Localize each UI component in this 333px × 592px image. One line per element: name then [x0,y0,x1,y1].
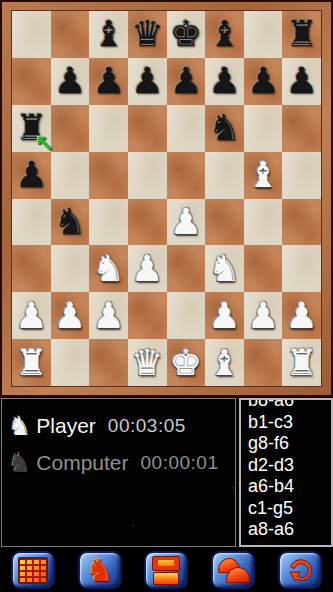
piece-bR-h8: ♜ [286,16,318,52]
square-b1[interactable] [51,339,90,386]
square-a7[interactable] [12,58,51,105]
piece-wB-g5: ♝ [247,157,279,193]
square-g3[interactable] [244,245,283,292]
white-knight-icon: ♞ [8,413,31,439]
square-f1[interactable]: ♝ [205,339,244,386]
chess-app-screen: ♝♛♚♝♜♟♟♟♟♟♟♟♜↖♞♟♝♞♟♞♟♞♟♟♟♟♟♟♜♛♚♝♜ ♞ Play… [0,0,333,592]
piece-bP-d7: ♟ [131,63,163,99]
square-e4[interactable]: ♟ [167,199,206,246]
pieces-button[interactable]: ♞ [78,551,122,589]
piece-bP-h7: ♟ [286,63,318,99]
square-d5[interactable] [128,152,167,199]
move-list[interactable]: b8-a6b1-c3g8-f6d2-d3a6-b4c1-g5a8-a6 [239,398,333,547]
piece-wN-f3: ♞ [208,251,240,287]
piece-wP-f2: ♟ [208,298,240,334]
square-a5[interactable]: ♟ [12,152,51,199]
piece-wR-h1: ♜ [286,345,318,381]
square-c7[interactable]: ♟ [89,58,128,105]
square-h8[interactable]: ♜ [282,11,321,58]
square-h6[interactable] [282,105,321,152]
undo-arrow-icon [286,557,314,583]
square-b6[interactable] [51,105,90,152]
square-d7[interactable]: ♟ [128,58,167,105]
move-list-item: d2-d3 [248,455,331,477]
square-e8[interactable]: ♚ [167,11,206,58]
piece-wP-b2: ♟ [54,298,86,334]
square-a4[interactable] [12,199,51,246]
square-e1[interactable]: ♚ [167,339,206,386]
square-f5[interactable] [205,152,244,199]
piece-bP-f7: ♟ [208,63,240,99]
move-list-item: b1-c3 [248,412,331,434]
square-g5[interactable]: ♝ [244,152,283,199]
move-list-item: b8-a6 [248,398,331,412]
piece-bB-f8: ♝ [208,16,240,52]
piece-wR-a1: ♜ [15,345,47,381]
move-list-item: c1-g5 [248,498,331,520]
board-setup-button[interactable] [11,551,55,589]
square-f3[interactable]: ♞ [205,245,244,292]
piece-wP-e4: ♟ [170,204,202,240]
square-b4[interactable]: ♞ [51,199,90,246]
square-b5[interactable] [51,152,90,199]
computer-name: Computer [36,451,128,475]
square-a6[interactable]: ♜↖ [12,105,51,152]
knight-icon: ♞ [86,555,114,586]
square-h7[interactable]: ♟ [282,58,321,105]
computer-clock: 00:00:01 [141,452,219,474]
piece-bP-g7: ♟ [247,63,279,99]
board-frame: ♝♛♚♝♜♟♟♟♟♟♟♟♜↖♞♟♝♞♟♞♟♞♟♟♟♟♟♟♜♛♚♝♜ [0,0,333,397]
square-d3[interactable]: ♟ [128,245,167,292]
hint-pieces-icon [218,558,248,582]
move-list-items: b8-a6b1-c3g8-f6d2-d3a6-b4c1-g5a8-a6 [241,398,331,541]
square-g2[interactable]: ♟ [244,292,283,339]
piece-wP-a2: ♟ [15,298,47,334]
piece-bP-c7: ♟ [92,63,124,99]
move-list-item: g8-f6 [248,433,331,455]
black-knight-icon: ♞ [8,450,31,476]
square-c5[interactable] [89,152,128,199]
square-e3[interactable] [167,245,206,292]
toolbar: ♞ [0,548,333,592]
undo-button[interactable] [278,551,322,589]
square-f4[interactable] [205,199,244,246]
board-grid-icon [18,557,48,584]
piece-bQ-d8: ♛ [131,16,163,52]
square-c4[interactable] [89,199,128,246]
square-g4[interactable] [244,199,283,246]
square-h2[interactable]: ♟ [282,292,321,339]
move-list-item: a6-b4 [248,476,331,498]
clock-panel: ♞ Player 00:03:05 ♞ Computer 00:00:01 [1,398,236,547]
piece-wK-e1: ♚ [170,345,202,381]
piece-bP-a5: ♟ [15,157,47,193]
square-f8[interactable]: ♝ [205,11,244,58]
piece-bP-b7: ♟ [54,63,86,99]
square-c6[interactable] [89,105,128,152]
square-h1[interactable]: ♜ [282,339,321,386]
player-row-white: ♞ Player 00:03:05 [8,413,235,439]
square-c2[interactable]: ♟ [89,292,128,339]
square-a3[interactable] [12,245,51,292]
square-b3[interactable] [51,245,90,292]
piece-wP-h2: ♟ [286,298,318,334]
player-row-black: ♞ Computer 00:00:01 [8,450,235,476]
computer-icon [152,556,180,585]
piece-bK-e8: ♚ [170,16,202,52]
square-h3[interactable] [282,245,321,292]
hint-button[interactable] [211,551,255,589]
piece-wB-f1: ♝ [208,345,240,381]
piece-wN-c3: ♞ [92,251,124,287]
lower-panel: ♞ Player 00:03:05 ♞ Computer 00:00:01 b8… [0,397,333,548]
square-d8[interactable]: ♛ [128,11,167,58]
square-g1[interactable] [244,339,283,386]
square-h4[interactable] [282,199,321,246]
player-name: Player [36,414,96,438]
square-c8[interactable]: ♝ [89,11,128,58]
square-g6[interactable] [244,105,283,152]
player-clock: 00:03:05 [108,415,186,437]
square-d2[interactable] [128,292,167,339]
square-g8[interactable] [244,11,283,58]
computer-level-button[interactable] [144,551,188,589]
square-g7[interactable]: ♟ [244,58,283,105]
square-b7[interactable]: ♟ [51,58,90,105]
piece-bB-c8: ♝ [92,16,124,52]
piece-wP-c2: ♟ [92,298,124,334]
square-e7[interactable]: ♟ [167,58,206,105]
piece-wQ-d1: ♛ [131,345,163,381]
square-b2[interactable]: ♟ [51,292,90,339]
square-a8[interactable] [12,11,51,58]
piece-bN-f6: ♞ [208,110,240,146]
piece-bN-b4: ♞ [54,204,86,240]
square-e5[interactable] [167,152,206,199]
square-a2[interactable]: ♟ [12,292,51,339]
square-a1[interactable]: ♜ [12,339,51,386]
piece-bP-e7: ♟ [170,63,202,99]
square-c3[interactable]: ♞ [89,245,128,292]
square-d6[interactable] [128,105,167,152]
square-b8[interactable] [51,11,90,58]
piece-wP-g2: ♟ [247,298,279,334]
last-move-arrow-icon: ↖ [35,130,53,156]
chess-board: ♝♛♚♝♜♟♟♟♟♟♟♟♜↖♞♟♝♞♟♞♟♞♟♟♟♟♟♟♜♛♚♝♜ [11,10,322,387]
move-list-item: a8-a6 [248,519,331,541]
square-h5[interactable] [282,152,321,199]
square-c1[interactable] [89,339,128,386]
square-f2[interactable]: ♟ [205,292,244,339]
square-d1[interactable]: ♛ [128,339,167,386]
square-e2[interactable] [167,292,206,339]
square-f7[interactable]: ♟ [205,58,244,105]
square-f6[interactable]: ♞ [205,105,244,152]
square-e6[interactable] [167,105,206,152]
square-d4[interactable] [128,199,167,246]
piece-wP-d3: ♟ [131,251,163,287]
